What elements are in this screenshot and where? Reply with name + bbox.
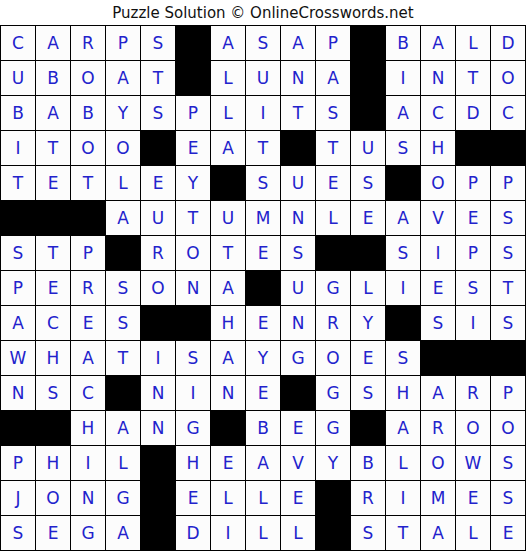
letter-cell: E <box>316 166 350 200</box>
cell-letter: N <box>187 280 200 297</box>
cell-letter: S <box>188 350 199 367</box>
letter-cell: E <box>491 516 525 550</box>
cell-letter: U <box>257 70 269 87</box>
letter-cell: D <box>176 516 210 550</box>
letter-cell: A <box>421 516 455 550</box>
cell-letter: S <box>468 280 479 297</box>
cell-letter: I <box>435 245 440 262</box>
cell-letter: O <box>431 175 444 192</box>
cell-letter: A <box>397 105 409 122</box>
cell-letter: N <box>152 385 165 402</box>
letter-cell: I <box>176 376 210 410</box>
letter-cell: R <box>316 306 350 340</box>
letter-cell: A <box>386 411 420 445</box>
letter-cell: R <box>351 481 385 515</box>
cell-letter: T <box>118 350 128 367</box>
letter-cell: M <box>421 481 455 515</box>
letter-cell: T <box>71 166 105 200</box>
cell-letter: E <box>48 525 59 542</box>
letter-cell: O <box>316 341 350 375</box>
black-cell <box>351 26 385 60</box>
letter-cell: E <box>176 481 210 515</box>
black-cell <box>351 236 385 270</box>
cell-letter: S <box>503 315 514 332</box>
letter-cell: T <box>36 236 70 270</box>
letter-cell: P <box>1 446 35 480</box>
cell-letter: E <box>153 175 164 192</box>
letter-cell: H <box>71 411 105 445</box>
letter-cell: S <box>491 201 525 235</box>
cell-letter: L <box>258 490 267 507</box>
black-cell <box>281 131 315 165</box>
letter-cell: O <box>71 131 105 165</box>
cell-letter: R <box>82 35 94 52</box>
letter-cell: S <box>1 516 35 550</box>
cell-letter: D <box>501 35 514 52</box>
crossword-grid: CARPSASAPBALDUBOATLUNAINTOBABYSPLITSACDC… <box>0 25 526 551</box>
cell-letter: A <box>47 105 59 122</box>
cell-letter: N <box>292 315 305 332</box>
letter-cell: R <box>71 26 105 60</box>
cell-letter: O <box>501 420 514 437</box>
letter-cell: S <box>386 131 420 165</box>
letter-cell: S <box>316 96 350 130</box>
letter-cell: S <box>351 166 385 200</box>
puzzle-solution-page: Puzzle Solution © OnlineCrosswords.net C… <box>0 0 526 551</box>
letter-cell: A <box>106 411 140 445</box>
letter-cell: A <box>386 201 420 235</box>
letter-cell: T <box>36 131 70 165</box>
cell-letter: T <box>223 245 233 262</box>
letter-cell: A <box>421 26 455 60</box>
cell-letter: M <box>431 490 446 507</box>
cell-letter: E <box>433 280 444 297</box>
letter-cell: Y <box>106 96 140 130</box>
cell-letter: E <box>328 175 339 192</box>
black-cell <box>176 61 210 95</box>
letter-cell: U <box>351 131 385 165</box>
letter-cell: A <box>36 96 70 130</box>
cell-letter: B <box>257 420 269 437</box>
cell-letter: H <box>82 420 95 437</box>
letter-cell: D <box>491 26 525 60</box>
cell-letter: S <box>398 350 409 367</box>
cell-letter: I <box>400 70 405 87</box>
cell-letter: O <box>116 140 129 157</box>
black-cell <box>211 411 245 445</box>
cell-letter: L <box>258 525 267 542</box>
cell-letter: T <box>258 140 268 157</box>
cell-letter: E <box>468 210 479 227</box>
cell-letter: V <box>292 455 304 472</box>
letter-cell: S <box>491 481 525 515</box>
black-cell <box>106 376 140 410</box>
cell-letter: U <box>292 280 304 297</box>
letter-cell: G <box>71 516 105 550</box>
letter-cell: C <box>421 96 455 130</box>
cell-letter: B <box>397 35 409 52</box>
cell-letter: P <box>468 175 478 192</box>
cell-letter: H <box>47 455 60 472</box>
cell-letter: S <box>398 140 409 157</box>
cell-letter: A <box>432 35 444 52</box>
cell-letter: N <box>12 385 25 402</box>
cell-letter: B <box>82 105 94 122</box>
letter-cell: S <box>176 341 210 375</box>
cell-letter: O <box>81 70 94 87</box>
cell-letter: P <box>188 105 198 122</box>
cell-letter: E <box>363 210 374 227</box>
cell-letter: R <box>82 280 94 297</box>
letter-cell: H <box>36 446 70 480</box>
letter-cell: I <box>71 446 105 480</box>
cell-letter: L <box>328 210 337 227</box>
cell-letter: H <box>222 315 235 332</box>
cell-letter: H <box>397 385 410 402</box>
cell-letter: T <box>468 70 478 87</box>
letter-cell: I <box>456 306 490 340</box>
letter-cell: I <box>386 481 420 515</box>
cell-letter: D <box>466 105 479 122</box>
cell-letter: S <box>153 35 164 52</box>
cell-letter: Y <box>258 350 268 367</box>
letter-cell: P <box>316 26 350 60</box>
cell-letter: R <box>327 315 339 332</box>
black-cell <box>71 201 105 235</box>
letter-cell: W <box>456 446 490 480</box>
cell-letter: E <box>83 315 94 332</box>
letter-cell: R <box>421 411 455 445</box>
letter-cell: T <box>246 131 280 165</box>
letter-cell: V <box>421 201 455 235</box>
cell-letter: W <box>465 455 482 472</box>
letter-cell: H <box>176 446 210 480</box>
cell-letter: E <box>48 280 59 297</box>
black-cell <box>316 481 350 515</box>
letter-cell: D <box>456 96 490 130</box>
letter-cell: I <box>246 96 280 130</box>
letter-cell: G <box>106 481 140 515</box>
cell-letter: T <box>83 175 93 192</box>
letter-cell: C <box>1 26 35 60</box>
cell-letter: P <box>118 35 128 52</box>
letter-cell: B <box>386 26 420 60</box>
cell-letter: U <box>222 210 234 227</box>
letter-cell: P <box>456 166 490 200</box>
letter-cell: N <box>141 411 175 445</box>
cell-letter: I <box>260 105 265 122</box>
cell-letter: D <box>186 525 199 542</box>
letter-cell: U <box>246 61 280 95</box>
letter-cell: A <box>71 341 105 375</box>
cell-letter: T <box>328 140 338 157</box>
letter-cell: L <box>456 26 490 60</box>
letter-cell: P <box>176 96 210 130</box>
letter-cell: I <box>1 131 35 165</box>
letter-cell: L <box>386 446 420 480</box>
cell-letter: S <box>258 175 269 192</box>
black-cell <box>316 516 350 550</box>
letter-cell: A <box>36 26 70 60</box>
letter-cell: S <box>141 26 175 60</box>
cell-letter: S <box>118 315 129 332</box>
cell-letter: Y <box>118 105 128 122</box>
letter-cell: C <box>71 376 105 410</box>
letter-cell: G <box>176 411 210 445</box>
cell-letter: T <box>48 140 58 157</box>
cell-letter: E <box>258 385 269 402</box>
cell-letter: S <box>48 385 59 402</box>
cell-letter: S <box>398 245 409 262</box>
black-cell <box>491 131 525 165</box>
letter-cell: C <box>36 306 70 340</box>
cell-letter: I <box>400 280 405 297</box>
letter-cell: C <box>491 96 525 130</box>
letter-cell: S <box>491 236 525 270</box>
cell-letter: N <box>82 490 95 507</box>
letter-cell: S <box>246 166 280 200</box>
black-cell <box>141 481 175 515</box>
letter-cell: N <box>176 271 210 305</box>
black-cell <box>456 131 490 165</box>
cell-letter: Y <box>328 455 338 472</box>
cell-letter: E <box>503 525 514 542</box>
cell-letter: R <box>432 420 444 437</box>
black-cell <box>281 376 315 410</box>
cell-letter: A <box>117 525 129 542</box>
cell-letter: S <box>258 35 269 52</box>
letter-cell: N <box>281 61 315 95</box>
cell-letter: A <box>82 350 94 367</box>
letter-cell: H <box>211 306 245 340</box>
cell-letter: O <box>151 280 164 297</box>
letter-cell: A <box>211 271 245 305</box>
cell-letter: A <box>432 525 444 542</box>
letter-cell: B <box>1 96 35 130</box>
letter-cell: T <box>491 271 525 305</box>
letter-cell: I <box>421 236 455 270</box>
letter-cell: N <box>281 201 315 235</box>
cell-letter: M <box>256 210 271 227</box>
cell-letter: T <box>13 175 23 192</box>
letter-cell: T <box>316 131 350 165</box>
letter-cell: S <box>351 376 385 410</box>
cell-letter: E <box>293 420 304 437</box>
cell-letter: A <box>432 385 444 402</box>
cell-letter: N <box>432 70 445 87</box>
letter-cell: B <box>71 96 105 130</box>
cell-letter: O <box>501 70 514 87</box>
letter-cell: T <box>211 236 245 270</box>
letter-cell: T <box>141 61 175 95</box>
letter-cell: P <box>491 376 525 410</box>
cell-letter: P <box>468 245 478 262</box>
cell-letter: E <box>468 490 479 507</box>
letter-cell: R <box>141 236 175 270</box>
cell-letter: T <box>503 280 513 297</box>
letter-cell: L <box>281 516 315 550</box>
letter-cell: G <box>316 411 350 445</box>
letter-cell: T <box>456 61 490 95</box>
cell-letter: A <box>117 210 129 227</box>
cell-letter: L <box>118 455 127 472</box>
cell-letter: A <box>222 280 234 297</box>
letter-cell: A <box>421 376 455 410</box>
cell-letter: L <box>468 35 477 52</box>
cell-letter: N <box>292 70 305 87</box>
letter-cell: S <box>141 96 175 130</box>
cell-letter: Y <box>363 315 373 332</box>
cell-letter: L <box>118 175 127 192</box>
black-cell <box>421 341 455 375</box>
black-cell <box>1 201 35 235</box>
cell-letter: H <box>47 350 60 367</box>
cell-letter: S <box>363 385 374 402</box>
cell-letter: S <box>503 455 514 472</box>
letter-cell: P <box>456 236 490 270</box>
letter-cell: O <box>491 411 525 445</box>
letter-cell: E <box>421 271 455 305</box>
letter-cell: P <box>106 26 140 60</box>
black-cell <box>386 306 420 340</box>
letter-cell: L <box>316 201 350 235</box>
cell-letter: P <box>13 455 23 472</box>
letter-cell: H <box>421 131 455 165</box>
black-cell <box>141 516 175 550</box>
letter-cell: P <box>491 166 525 200</box>
letter-cell: N <box>71 481 105 515</box>
letter-cell: L <box>246 481 280 515</box>
cell-letter: E <box>223 455 234 472</box>
letter-cell: N <box>211 376 245 410</box>
cell-letter: I <box>15 140 20 157</box>
letter-cell: O <box>36 481 70 515</box>
black-cell <box>141 131 175 165</box>
cell-letter: E <box>363 350 374 367</box>
letter-cell: O <box>421 446 455 480</box>
black-cell <box>316 236 350 270</box>
letter-cell: U <box>211 201 245 235</box>
letter-cell: A <box>106 516 140 550</box>
cell-letter: C <box>82 385 94 402</box>
letter-cell: G <box>281 341 315 375</box>
letter-cell: E <box>351 201 385 235</box>
cell-letter: T <box>153 70 163 87</box>
cell-letter: Y <box>188 175 198 192</box>
letter-cell: T <box>386 516 420 550</box>
letter-cell: E <box>456 481 490 515</box>
cell-letter: G <box>291 350 304 367</box>
letter-cell: G <box>316 376 350 410</box>
cell-letter: L <box>223 490 232 507</box>
letter-cell: S <box>386 341 420 375</box>
black-cell <box>36 201 70 235</box>
cell-letter: A <box>222 350 234 367</box>
page-title: Puzzle Solution © OnlineCrosswords.net <box>0 0 526 25</box>
letter-cell: P <box>71 236 105 270</box>
cell-letter: L <box>293 525 302 542</box>
cell-letter: A <box>117 420 129 437</box>
letter-cell: E <box>36 516 70 550</box>
black-cell <box>106 236 140 270</box>
cell-letter: I <box>155 350 160 367</box>
letter-cell: O <box>456 411 490 445</box>
letter-cell: O <box>491 61 525 95</box>
cell-letter: U <box>362 140 374 157</box>
letter-cell: V <box>281 446 315 480</box>
letter-cell: L <box>211 61 245 95</box>
letter-cell: M <box>246 201 280 235</box>
letter-cell: E <box>456 201 490 235</box>
letter-cell: A <box>106 201 140 235</box>
cell-letter: N <box>292 210 305 227</box>
cell-letter: W <box>10 350 27 367</box>
letter-cell: E <box>246 236 280 270</box>
letter-cell: S <box>456 271 490 305</box>
cell-letter: P <box>83 245 93 262</box>
cell-letter: V <box>432 210 444 227</box>
letter-cell: N <box>281 306 315 340</box>
letter-cell: E <box>246 376 280 410</box>
cell-letter: E <box>188 140 199 157</box>
cell-letter: S <box>328 105 339 122</box>
letter-cell: I <box>386 271 420 305</box>
letter-cell: W <box>1 341 35 375</box>
cell-letter: L <box>398 455 407 472</box>
letter-cell: S <box>1 236 35 270</box>
black-cell <box>176 26 210 60</box>
letter-cell: N <box>1 376 35 410</box>
cell-letter: O <box>46 490 59 507</box>
black-cell <box>246 271 280 305</box>
cell-letter: U <box>12 70 24 87</box>
letter-cell: U <box>281 271 315 305</box>
cell-letter: U <box>152 210 164 227</box>
letter-cell: E <box>246 306 280 340</box>
letter-cell: A <box>211 131 245 165</box>
black-cell <box>36 411 70 445</box>
cell-letter: J <box>15 490 20 507</box>
cell-letter: G <box>326 420 339 437</box>
letter-cell: T <box>281 96 315 130</box>
cell-letter: S <box>433 315 444 332</box>
cell-letter: R <box>362 490 374 507</box>
letter-cell: B <box>36 61 70 95</box>
letter-cell: S <box>106 271 140 305</box>
letter-cell: A <box>106 61 140 95</box>
letter-cell: L <box>246 516 280 550</box>
letter-cell: B <box>246 411 280 445</box>
black-cell <box>351 96 385 130</box>
letter-cell: A <box>246 446 280 480</box>
black-cell <box>1 411 35 445</box>
cell-letter: A <box>117 70 129 87</box>
cell-letter: G <box>81 525 94 542</box>
black-cell <box>176 306 210 340</box>
letter-cell: L <box>211 481 245 515</box>
cell-letter: C <box>432 105 444 122</box>
cell-letter: G <box>326 385 339 402</box>
cell-letter: E <box>48 175 59 192</box>
cell-letter: P <box>13 280 23 297</box>
cell-letter: I <box>470 315 475 332</box>
letter-cell: S <box>246 26 280 60</box>
letter-cell: H <box>36 341 70 375</box>
letter-cell: S <box>106 306 140 340</box>
cell-letter: S <box>153 105 164 122</box>
black-cell <box>211 166 245 200</box>
letter-cell: I <box>141 341 175 375</box>
